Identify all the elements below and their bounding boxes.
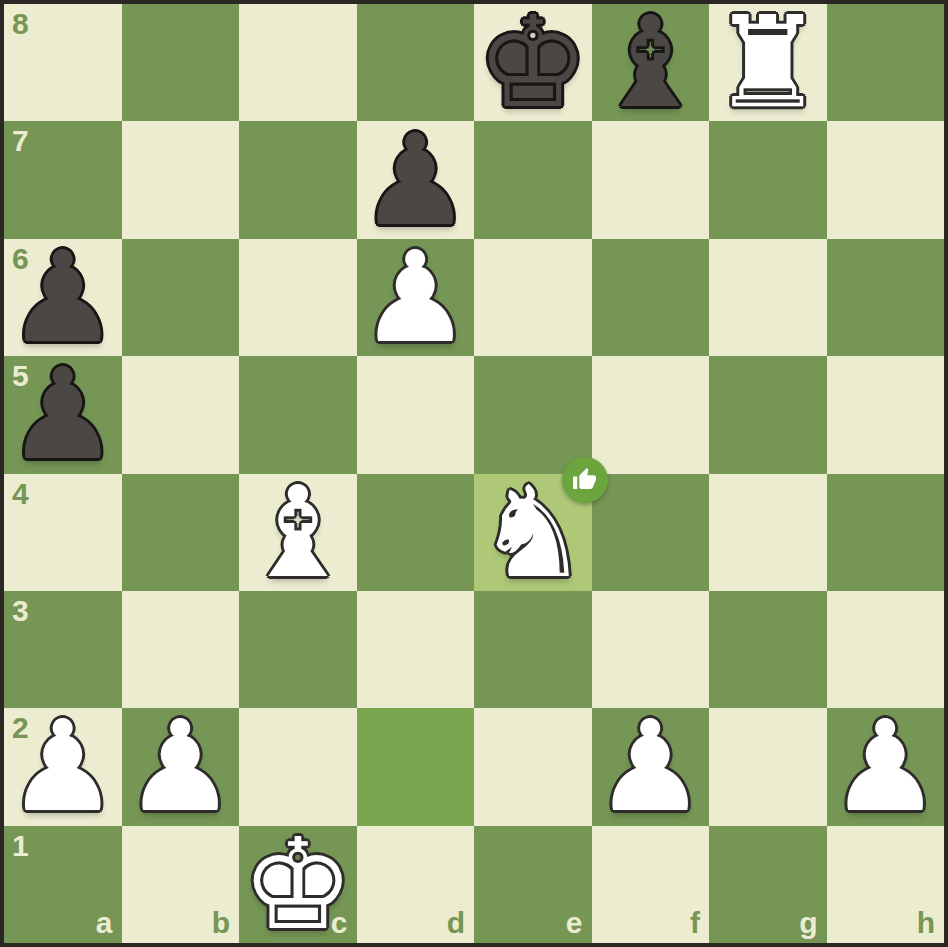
square-h8[interactable] [827, 4, 945, 121]
square-e6[interactable] [474, 239, 592, 356]
white-bishop[interactable]: ♝ [241, 474, 354, 591]
square-b6[interactable] [122, 239, 240, 356]
thumbs-up-icon [572, 467, 597, 492]
square-h7[interactable] [827, 121, 945, 238]
black-king[interactable]: ♚ [476, 4, 589, 121]
square-e5[interactable] [474, 356, 592, 473]
square-d7[interactable]: ♟ [357, 121, 475, 238]
square-b7[interactable] [122, 121, 240, 238]
file-label-b: b [212, 908, 230, 938]
square-b4[interactable] [122, 474, 240, 591]
chess-board-frame: 8♚♝♜7♟6♟♟5♟4♝♞32♟♟♟♟1abc♚defgh [0, 0, 948, 947]
square-c5[interactable] [239, 356, 357, 473]
white-king[interactable]: ♚ [241, 826, 354, 943]
square-f6[interactable] [592, 239, 710, 356]
square-g6[interactable] [709, 239, 827, 356]
file-label-e: e [566, 908, 583, 938]
square-a4[interactable]: 4 [4, 474, 122, 591]
square-c8[interactable] [239, 4, 357, 121]
square-b3[interactable] [122, 591, 240, 708]
square-g1[interactable]: g [709, 826, 827, 943]
black-pawn[interactable]: ♟ [359, 122, 472, 239]
square-d8[interactable] [357, 4, 475, 121]
good-move-badge [562, 457, 608, 503]
square-e1[interactable]: e [474, 826, 592, 943]
square-d6[interactable]: ♟ [357, 239, 475, 356]
white-rook[interactable]: ♜ [711, 4, 824, 121]
square-e4[interactable]: ♞ [474, 474, 592, 591]
rank-label-8: 8 [12, 9, 29, 39]
square-f7[interactable] [592, 121, 710, 238]
square-a1[interactable]: 1a [4, 826, 122, 943]
black-pawn[interactable]: ♟ [6, 356, 119, 473]
white-pawn[interactable]: ♟ [594, 708, 707, 825]
square-a5[interactable]: 5♟ [4, 356, 122, 473]
square-b1[interactable]: b [122, 826, 240, 943]
rank-label-3: 3 [12, 596, 29, 626]
chess-board: 8♚♝♜7♟6♟♟5♟4♝♞32♟♟♟♟1abc♚defgh [4, 4, 944, 943]
white-pawn[interactable]: ♟ [359, 239, 472, 356]
square-a6[interactable]: 6♟ [4, 239, 122, 356]
square-f5[interactable] [592, 356, 710, 473]
square-b2[interactable]: ♟ [122, 708, 240, 825]
file-label-a: a [96, 908, 113, 938]
square-h2[interactable]: ♟ [827, 708, 945, 825]
square-c6[interactable] [239, 239, 357, 356]
square-d2[interactable] [357, 708, 475, 825]
rank-label-7: 7 [12, 126, 29, 156]
square-d4[interactable] [357, 474, 475, 591]
square-g3[interactable] [709, 591, 827, 708]
square-d5[interactable] [357, 356, 475, 473]
square-e2[interactable] [474, 708, 592, 825]
file-label-h: h [917, 908, 935, 938]
file-label-d: d [447, 908, 465, 938]
white-pawn[interactable]: ♟ [829, 708, 942, 825]
square-c3[interactable] [239, 591, 357, 708]
square-c2[interactable] [239, 708, 357, 825]
square-b5[interactable] [122, 356, 240, 473]
square-h4[interactable] [827, 474, 945, 591]
square-b8[interactable] [122, 4, 240, 121]
square-e8[interactable]: ♚ [474, 4, 592, 121]
square-g2[interactable] [709, 708, 827, 825]
square-f2[interactable]: ♟ [592, 708, 710, 825]
square-a7[interactable]: 7 [4, 121, 122, 238]
square-g4[interactable] [709, 474, 827, 591]
file-label-g: g [799, 908, 817, 938]
square-h5[interactable] [827, 356, 945, 473]
square-f3[interactable] [592, 591, 710, 708]
square-a8[interactable]: 8 [4, 4, 122, 121]
black-bishop[interactable]: ♝ [594, 4, 707, 121]
square-c1[interactable]: c♚ [239, 826, 357, 943]
white-pawn[interactable]: ♟ [6, 708, 119, 825]
square-d1[interactable]: d [357, 826, 475, 943]
square-g8[interactable]: ♜ [709, 4, 827, 121]
square-f1[interactable]: f [592, 826, 710, 943]
square-d3[interactable] [357, 591, 475, 708]
square-e7[interactable] [474, 121, 592, 238]
square-a3[interactable]: 3 [4, 591, 122, 708]
square-h3[interactable] [827, 591, 945, 708]
square-g7[interactable] [709, 121, 827, 238]
black-pawn[interactable]: ♟ [6, 239, 119, 356]
square-e3[interactable] [474, 591, 592, 708]
white-pawn[interactable]: ♟ [124, 708, 237, 825]
square-f8[interactable]: ♝ [592, 4, 710, 121]
square-a2[interactable]: 2♟ [4, 708, 122, 825]
square-h1[interactable]: h [827, 826, 945, 943]
square-c7[interactable] [239, 121, 357, 238]
square-c4[interactable]: ♝ [239, 474, 357, 591]
square-f4[interactable] [592, 474, 710, 591]
square-h6[interactable] [827, 239, 945, 356]
file-label-f: f [690, 908, 700, 938]
square-g5[interactable] [709, 356, 827, 473]
